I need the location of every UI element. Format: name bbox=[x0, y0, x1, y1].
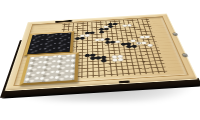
white-stones-pile bbox=[23, 54, 75, 83]
case-floor: ●●●●●●●●●●●●●●●●●●●●●●●●●●●●●●●●●●●●●●●●… bbox=[15, 17, 188, 85]
board-cell bbox=[160, 69, 167, 73]
black-stones-pile bbox=[27, 32, 71, 54]
handle-slot-bottom bbox=[119, 80, 130, 83]
white-stone-tray bbox=[19, 52, 79, 85]
case-frame: ●●●●●●●●●●●●●●●●●●●●●●●●●●●●●●●●●●●●●●●●… bbox=[5, 14, 198, 92]
go-board-case: ●●●●●●●●●●●●●●●●●●●●●●●●●●●●●●●●●●●●●●●●… bbox=[5, 14, 198, 92]
hinge-icon bbox=[182, 54, 187, 57]
hinge-icon bbox=[173, 33, 177, 36]
photo-background: ●●●●●●●●●●●●●●●●●●●●●●●●●●●●●●●●●●●●●●●●… bbox=[0, 0, 200, 120]
